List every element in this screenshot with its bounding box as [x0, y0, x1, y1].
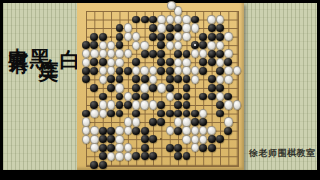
- white-stone: [124, 152, 132, 161]
- board-cell: [199, 143, 207, 152]
- board-cell: [191, 92, 199, 101]
- board-cell: [107, 101, 115, 110]
- board-cell: [233, 152, 241, 161]
- board-cell: [157, 67, 165, 76]
- board-cell: [182, 143, 190, 152]
- board-cell: [149, 135, 157, 144]
- white-stone: [99, 49, 107, 58]
- board-cell: [207, 41, 215, 50]
- board-cell: [107, 126, 115, 135]
- board-cell: [149, 7, 157, 16]
- black-stone: [107, 135, 115, 143]
- board-cell: [166, 101, 174, 110]
- black-stone: [90, 84, 98, 92]
- board-cell: [90, 75, 98, 84]
- board-cell: [166, 49, 174, 58]
- white-stone: [166, 15, 174, 24]
- board-cell: [99, 135, 107, 144]
- white-stone: [132, 32, 140, 41]
- black-stone: [141, 16, 149, 24]
- board-cell: [216, 143, 224, 152]
- board-cell: [233, 67, 241, 76]
- board-cell: [90, 161, 98, 170]
- board-cell: [82, 75, 90, 84]
- black-stone: [199, 93, 207, 101]
- board-cell: [90, 126, 98, 135]
- board-cell: [90, 109, 98, 118]
- board-cell: [224, 143, 232, 152]
- black-stone: [174, 127, 182, 135]
- black-stone: [183, 110, 191, 118]
- white-stone: [140, 100, 148, 109]
- board-cell: [149, 152, 157, 161]
- black-stone: [132, 152, 140, 160]
- board-cell: [166, 135, 174, 144]
- board-cell: [216, 126, 224, 135]
- black-stone: [132, 127, 140, 135]
- black-player-name: 申真谞: [9, 32, 29, 41]
- board-cell: [182, 161, 190, 170]
- board-cell: [115, 7, 123, 16]
- board-cell: [82, 58, 90, 67]
- black-stone: [157, 110, 165, 118]
- white-stone: [166, 126, 174, 135]
- board-cell: [90, 143, 98, 152]
- black-stone: [174, 93, 182, 101]
- board-cell: [224, 101, 232, 110]
- board-cell: [149, 84, 157, 93]
- black-stone: [107, 144, 115, 152]
- board-cell: [199, 84, 207, 93]
- board-cell: [115, 143, 123, 152]
- white-stone: [191, 126, 199, 135]
- black-stone: [166, 75, 174, 83]
- board-cell: [140, 15, 148, 24]
- black-stone: [166, 24, 174, 32]
- white-stone: [216, 75, 224, 84]
- board-cell: [174, 75, 182, 84]
- white-stone: [107, 66, 115, 75]
- black-stone: [216, 50, 224, 58]
- board-cell: [199, 126, 207, 135]
- white-stone: [199, 135, 207, 144]
- board-cell: [166, 58, 174, 67]
- white-stone: [224, 49, 232, 58]
- last-move-marker: [194, 44, 197, 47]
- white-stone: [107, 100, 115, 109]
- black-stone: [90, 101, 98, 109]
- board-cell: [207, 75, 215, 84]
- white-stone: [174, 41, 182, 50]
- board-cell: [140, 135, 148, 144]
- black-stone: [107, 127, 115, 135]
- board-cell: [115, 32, 123, 41]
- go-board: [77, 3, 244, 170]
- board-cell: [233, 126, 241, 135]
- black-stone: [191, 118, 199, 126]
- board-cell: [140, 7, 148, 16]
- board-cell: [174, 126, 182, 135]
- board-cell: [216, 32, 224, 41]
- black-stone: [208, 84, 216, 92]
- black-stone: [82, 75, 90, 83]
- board-cell: [82, 32, 90, 41]
- board-cell: [216, 67, 224, 76]
- white-stone: [90, 49, 98, 58]
- white-stone: [166, 41, 174, 50]
- board-cell: [174, 143, 182, 152]
- black-stone: [99, 161, 107, 169]
- board-cell: [99, 152, 107, 161]
- white-stone: [166, 92, 174, 101]
- board-cell: [107, 67, 115, 76]
- board-cell: [157, 143, 165, 152]
- black-stone: [90, 161, 98, 169]
- board-cell: [99, 109, 107, 118]
- board-cell: [149, 41, 157, 50]
- black-stone: [149, 118, 157, 126]
- black-stone: [141, 152, 149, 160]
- board-cell: [224, 67, 232, 76]
- board-cell: [224, 7, 232, 16]
- board-cell: [115, 92, 123, 101]
- board-cell: [182, 126, 190, 135]
- board-cell: [191, 143, 199, 152]
- black-stone: [199, 41, 207, 49]
- board-cell: [166, 67, 174, 76]
- white-stone: [157, 83, 165, 92]
- board-cell: [191, 161, 199, 170]
- white-stone: [90, 126, 98, 135]
- white-stone: [90, 143, 98, 152]
- board-cell: [166, 15, 174, 24]
- white-stone: [216, 92, 224, 101]
- board-cell: [157, 58, 165, 67]
- board-cell: [157, 109, 165, 118]
- board-cell: [107, 135, 115, 144]
- white-player-name: 连笑: [39, 43, 59, 49]
- white-player-column: 白 连笑: [39, 17, 80, 49]
- white-stone: [132, 100, 140, 109]
- board-cell: [107, 49, 115, 58]
- white-stone: [140, 83, 148, 92]
- board-cell: [149, 126, 157, 135]
- board-cell: [107, 32, 115, 41]
- white-stone: [174, 32, 182, 41]
- board-cell: [157, 118, 165, 127]
- board-cell: [199, 152, 207, 161]
- board-cell: [149, 67, 157, 76]
- board-cell: [132, 126, 140, 135]
- board-cell: [207, 67, 215, 76]
- black-stone: [208, 135, 216, 143]
- board-cell: [224, 32, 232, 41]
- board-cell: [182, 92, 190, 101]
- white-stone: [82, 126, 90, 135]
- board-cell: [149, 15, 157, 24]
- board-cell: [199, 24, 207, 33]
- board-cell: [115, 152, 123, 161]
- board-cell: [216, 41, 224, 50]
- board-cell: [199, 75, 207, 84]
- board-cell: [107, 7, 115, 16]
- white-stone: [174, 117, 182, 126]
- board-cell: [157, 161, 165, 170]
- board-cell: [174, 67, 182, 76]
- board-cell: [82, 161, 90, 170]
- board-cell: [233, 75, 241, 84]
- black-stone: [216, 67, 224, 75]
- board-cell: [207, 49, 215, 58]
- black-stone: [216, 24, 224, 32]
- white-stone: [115, 143, 123, 152]
- board-cell: [216, 135, 224, 144]
- black-stone: [149, 33, 157, 41]
- board-cell: [124, 49, 132, 58]
- black-stone: [157, 101, 165, 109]
- black-stone: [132, 58, 140, 66]
- black-stone: [199, 144, 207, 152]
- board-cell: [216, 75, 224, 84]
- board-cell: [233, 7, 241, 16]
- board-cell: [216, 161, 224, 170]
- black-stone: [199, 118, 207, 126]
- black-stone: [216, 84, 224, 92]
- board-cell: [107, 15, 115, 24]
- board-cell: [99, 15, 107, 24]
- board-cell: [216, 152, 224, 161]
- board-cell: [182, 67, 190, 76]
- board-cell: [82, 49, 90, 58]
- board-cell: [82, 143, 90, 152]
- board-cell: [107, 143, 115, 152]
- board-cell: [191, 84, 199, 93]
- black-stone: [82, 41, 90, 49]
- white-stone: [182, 66, 190, 75]
- board-cell: [90, 92, 98, 101]
- board-cell: [140, 109, 148, 118]
- board-cell: [115, 49, 123, 58]
- white-stone: [207, 15, 215, 24]
- board-cell: [207, 15, 215, 24]
- board-cell: [82, 152, 90, 161]
- board-cell: [124, 67, 132, 76]
- black-stone: [174, 144, 182, 152]
- board-cell: [124, 7, 132, 16]
- black-stone: [149, 50, 157, 58]
- board-cell: [90, 101, 98, 110]
- board-cell: [82, 67, 90, 76]
- black-stone: [116, 33, 124, 41]
- board-cell: [140, 32, 148, 41]
- black-stone: [132, 93, 140, 101]
- board-cell: [174, 118, 182, 127]
- white-stone: [140, 41, 148, 50]
- board-cell: [224, 135, 232, 144]
- board-cell: [182, 41, 190, 50]
- black-stone: [174, 75, 182, 83]
- board-cell: [115, 126, 123, 135]
- board-cell: [233, 161, 241, 170]
- black-stone: [157, 50, 165, 58]
- board-cell: [149, 118, 157, 127]
- white-stone: [199, 49, 207, 58]
- board-cell: [174, 84, 182, 93]
- black-stone: [99, 93, 107, 101]
- white-stone: [124, 126, 132, 135]
- board-cell: [216, 92, 224, 101]
- board-cell: [149, 109, 157, 118]
- board-cell: [157, 92, 165, 101]
- white-stone: [182, 32, 190, 41]
- board-cell: [157, 84, 165, 93]
- black-stone: [166, 84, 174, 92]
- black-stone: [199, 33, 207, 41]
- black-stone: [116, 101, 124, 109]
- star-point: [160, 138, 162, 140]
- black-stone: [166, 144, 174, 152]
- board-cell: [99, 49, 107, 58]
- board-cell: [82, 15, 90, 24]
- board-cell: [166, 92, 174, 101]
- board-cell: [166, 109, 174, 118]
- board-cell: [199, 161, 207, 170]
- black-stone: [166, 33, 174, 41]
- white-stone: [224, 117, 232, 126]
- board-cell: [224, 84, 232, 93]
- black-stone: [99, 144, 107, 152]
- board-cell: [199, 92, 207, 101]
- white-stone: [199, 126, 207, 135]
- board-cell: [207, 135, 215, 144]
- black-stone: [132, 110, 140, 118]
- board-cell: [132, 161, 140, 170]
- black-stone: [141, 75, 149, 83]
- board-cell: [233, 118, 241, 127]
- white-stone: [82, 135, 90, 144]
- black-stone: [166, 67, 174, 75]
- black-stone: [216, 135, 224, 143]
- board-cell: [207, 24, 215, 33]
- black-stone: [107, 75, 115, 83]
- board-cell: [157, 126, 165, 135]
- board-cell: [216, 15, 224, 24]
- board-cell: [90, 67, 98, 76]
- black-stone: [208, 93, 216, 101]
- board-cell: [174, 49, 182, 58]
- board-cell: [99, 84, 107, 93]
- black-stone: [107, 110, 115, 118]
- board-cell: [124, 161, 132, 170]
- white-stone: [124, 49, 132, 58]
- white-stone: [216, 41, 224, 50]
- board-cell: [182, 84, 190, 93]
- board-cell: [140, 41, 148, 50]
- black-stone: [157, 33, 165, 41]
- board-cell: [99, 67, 107, 76]
- white-stone: [115, 152, 123, 161]
- board-cell: [82, 24, 90, 33]
- board-cell: [166, 143, 174, 152]
- board-cell: [166, 152, 174, 161]
- board-cell: [140, 143, 148, 152]
- white-stone: [149, 100, 157, 109]
- board-cell: [90, 152, 98, 161]
- black-stone: [132, 75, 140, 83]
- board-cell: [233, 32, 241, 41]
- black-stone: [141, 93, 149, 101]
- board-cell: [132, 152, 140, 161]
- white-stone: [207, 126, 215, 135]
- board-cell: [216, 101, 224, 110]
- white-stone: [132, 41, 140, 50]
- black-stone: [149, 24, 157, 32]
- board-cell: [207, 126, 215, 135]
- board-cell: [124, 75, 132, 84]
- board-cell: [233, 49, 241, 58]
- board-cell: [233, 15, 241, 24]
- board-cell: [99, 101, 107, 110]
- board-cell: [224, 75, 232, 84]
- black-stone: [124, 101, 132, 109]
- board-cell: [182, 75, 190, 84]
- white-stone: [124, 143, 132, 152]
- black-stone: [90, 41, 98, 49]
- white-stone: [90, 109, 98, 118]
- board-cell: [182, 7, 190, 16]
- board-cell: [182, 135, 190, 144]
- board-cell: [157, 49, 165, 58]
- board-cell: [132, 49, 140, 58]
- board-cell: [216, 49, 224, 58]
- black-stone: [157, 41, 165, 49]
- board-cell: [207, 161, 215, 170]
- black-stone: [141, 127, 149, 135]
- board-cell: [174, 15, 182, 24]
- white-stone: [191, 23, 199, 32]
- board-cell: [107, 152, 115, 161]
- board-cell: [115, 109, 123, 118]
- board-cell: [124, 92, 132, 101]
- black-stone: [216, 101, 224, 109]
- black-stone: [149, 152, 157, 160]
- board-cell: [149, 49, 157, 58]
- board-cell: [182, 152, 190, 161]
- board-cell: [157, 24, 165, 33]
- white-stone: [191, 75, 199, 84]
- board-cell: [90, 7, 98, 16]
- board-cell: [199, 67, 207, 76]
- black-stone: [90, 58, 98, 66]
- watermark-text: 徐老师围棋教室: [249, 147, 316, 160]
- black-stone: [116, 75, 124, 83]
- board-cell: [207, 92, 215, 101]
- white-stone: [124, 32, 132, 41]
- board-cell: [199, 109, 207, 118]
- board-cell: [233, 84, 241, 93]
- board-cell: [99, 118, 107, 127]
- board-cell: [199, 7, 207, 16]
- white-stone: [216, 15, 224, 24]
- black-stone: [90, 33, 98, 41]
- board-cell: [140, 126, 148, 135]
- frame: 黑 申真谞 白 连笑 徐老师围棋教室: [0, 0, 320, 180]
- board-cell: [199, 49, 207, 58]
- black-stone: [199, 58, 207, 66]
- black-stone: [208, 50, 216, 58]
- black-stone: [149, 84, 157, 92]
- board-cell: [82, 84, 90, 93]
